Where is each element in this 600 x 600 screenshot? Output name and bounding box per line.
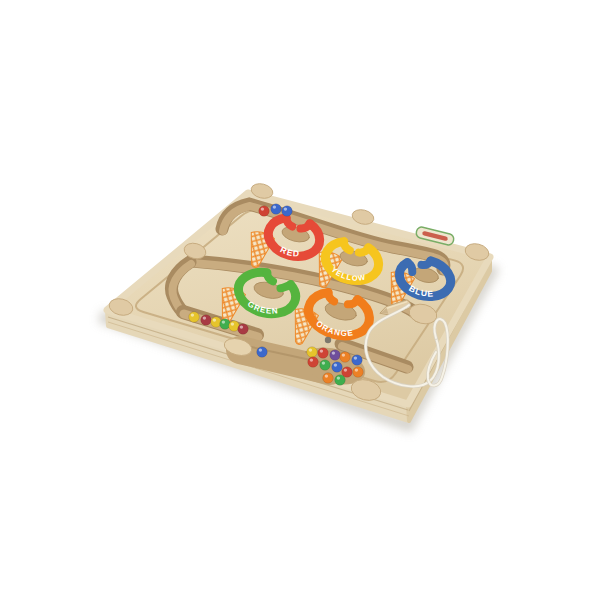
bead-green[interactable] <box>320 360 331 371</box>
bead-red[interactable] <box>259 206 270 217</box>
maze-board-scene: RED YELLOW BLUE GREEN <box>0 0 600 600</box>
bead-orange[interactable] <box>340 352 351 363</box>
bead-yellow[interactable] <box>189 312 200 323</box>
bead-blue[interactable] <box>282 206 293 217</box>
bead-purple[interactable] <box>330 350 341 361</box>
bead-blue[interactable] <box>332 362 343 373</box>
bead-blue[interactable] <box>257 347 268 358</box>
bead-orange[interactable] <box>353 367 364 378</box>
bead-darkred[interactable] <box>201 315 212 326</box>
bead-darkred[interactable] <box>238 324 249 335</box>
bead-yellow[interactable] <box>307 347 318 358</box>
bead-green[interactable] <box>335 375 346 386</box>
bead-blue[interactable] <box>352 355 363 366</box>
metal-pin <box>325 337 331 343</box>
product-photo: RED YELLOW BLUE GREEN <box>0 0 600 600</box>
bead-red[interactable] <box>308 357 319 368</box>
bead-red[interactable] <box>318 348 329 359</box>
bead-orange[interactable] <box>323 373 334 384</box>
bead-blue[interactable] <box>271 204 282 215</box>
